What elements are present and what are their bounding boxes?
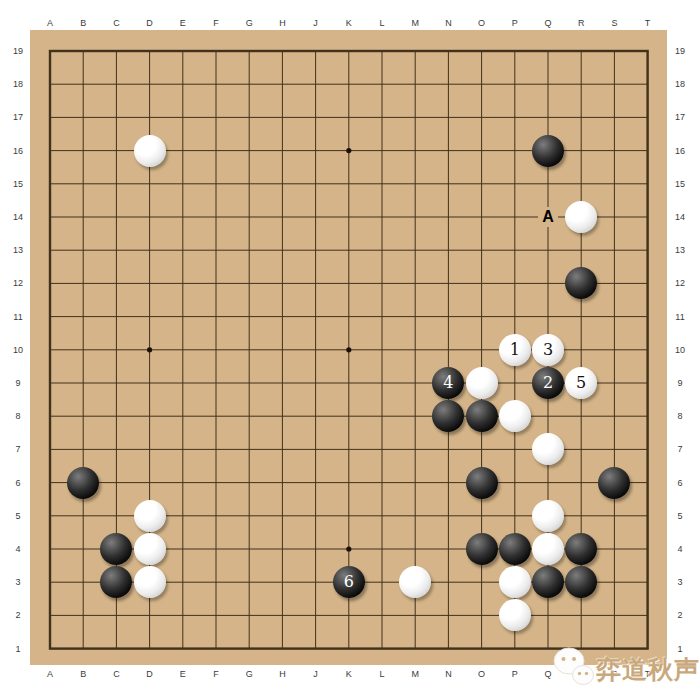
coord-left-13: 13 (13, 245, 23, 255)
coord-bottom-L: L (379, 669, 384, 679)
coord-top-N: N (445, 18, 452, 28)
coord-left-8: 8 (15, 411, 20, 421)
coord-top-G: G (246, 18, 253, 28)
coord-right-5: 5 (677, 511, 682, 521)
coord-top-H: H (279, 18, 286, 28)
coord-right-7: 7 (677, 444, 682, 454)
coord-top-S: S (611, 18, 617, 28)
coord-bottom-H: H (279, 669, 286, 679)
star-point-Q16 (545, 148, 550, 153)
coord-left-11: 11 (13, 312, 22, 322)
coord-top-R: R (578, 18, 585, 28)
coord-bottom-P: P (512, 669, 518, 679)
coord-right-17: 17 (675, 112, 685, 122)
coord-bottom-D: D (146, 669, 153, 679)
coord-top-J: J (313, 18, 318, 28)
coord-right-12: 12 (675, 278, 685, 288)
coord-right-11: 11 (675, 312, 684, 322)
star-point-K4 (346, 546, 351, 551)
coord-right-19: 19 (675, 46, 685, 56)
coord-left-4: 4 (15, 544, 20, 554)
coord-right-15: 15 (675, 179, 685, 189)
coord-right-3: 3 (677, 577, 682, 587)
star-point-K16 (346, 148, 351, 153)
coord-left-10: 10 (13, 345, 23, 355)
coord-right-4: 4 (677, 544, 682, 554)
coord-bottom-B: B (80, 669, 86, 679)
coord-left-15: 15 (13, 179, 23, 189)
coord-left-9: 9 (15, 378, 20, 388)
coord-left-2: 2 (15, 610, 20, 620)
coord-top-Q: Q (544, 18, 551, 28)
coord-bottom-E: E (180, 669, 186, 679)
coord-top-O: O (478, 18, 485, 28)
coord-left-17: 17 (13, 112, 23, 122)
coord-right-18: 18 (675, 79, 685, 89)
coord-bottom-N: N (445, 669, 452, 679)
coord-top-L: L (379, 18, 384, 28)
coord-right-16: 16 (675, 146, 685, 156)
coord-left-1: 1 (15, 644, 20, 654)
coord-top-T: T (645, 18, 651, 28)
watermark-text: 弈道秋声 (596, 653, 700, 686)
coord-bottom-K: K (346, 669, 352, 679)
coord-bottom-A: A (47, 669, 53, 679)
coord-right-2: 2 (677, 610, 682, 620)
coord-bottom-J: J (313, 669, 318, 679)
star-point-D16 (147, 148, 152, 153)
coord-left-12: 12 (13, 278, 23, 288)
coord-top-D: D (146, 18, 153, 28)
star-point-Q4 (545, 546, 550, 551)
coord-top-M: M (411, 18, 419, 28)
coord-bottom-G: G (246, 669, 253, 679)
watermark: 弈道秋声 (550, 642, 700, 696)
star-point-K10 (346, 347, 351, 352)
go-board (30, 30, 667, 665)
coord-left-7: 7 (15, 444, 20, 454)
star-point-Q10 (545, 347, 550, 352)
coord-left-16: 16 (13, 146, 23, 156)
coord-right-14: 14 (675, 212, 685, 222)
coord-right-13: 13 (675, 245, 685, 255)
coord-left-19: 19 (13, 46, 23, 56)
coord-right-9: 9 (677, 378, 682, 388)
coord-left-18: 18 (13, 79, 23, 89)
coord-left-3: 3 (15, 577, 20, 587)
coord-bottom-F: F (213, 669, 219, 679)
coord-bottom-M: M (411, 669, 419, 679)
coord-top-A: A (47, 18, 53, 28)
coord-right-8: 8 (677, 411, 682, 421)
coord-top-P: P (512, 18, 518, 28)
coord-bottom-C: C (113, 669, 120, 679)
coord-top-B: B (80, 18, 86, 28)
coord-bottom-O: O (478, 669, 485, 679)
coord-left-6: 6 (15, 478, 20, 488)
coord-top-K: K (346, 18, 352, 28)
coord-top-E: E (180, 18, 186, 28)
star-point-D4 (147, 546, 152, 551)
coord-left-5: 5 (15, 511, 20, 521)
coord-left-14: 14 (13, 212, 23, 222)
star-point-D10 (147, 347, 152, 352)
wechat-icon (550, 644, 596, 694)
coord-top-C: C (113, 18, 120, 28)
coord-top-F: F (213, 18, 219, 28)
coord-right-10: 10 (675, 345, 685, 355)
board-grid (30, 30, 667, 665)
coord-right-6: 6 (677, 478, 682, 488)
go-diagram-page: 134256A AABBCCDDEEFFGGHHJJKKLLMMNNOOPPQQ… (0, 0, 700, 700)
